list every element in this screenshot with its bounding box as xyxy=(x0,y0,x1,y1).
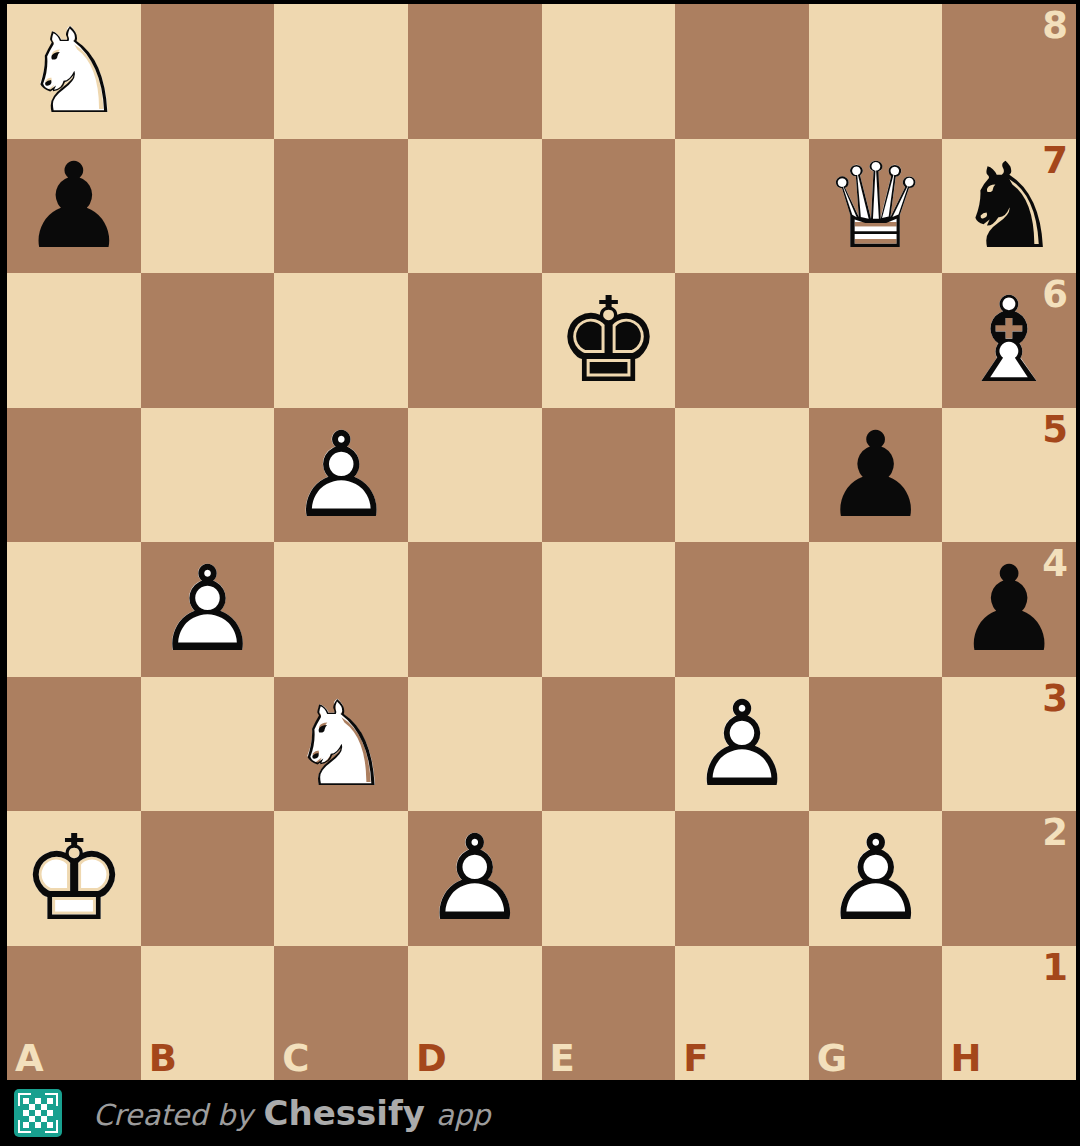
square-e2[interactable] xyxy=(542,811,676,946)
square-g5[interactable]: ♟ xyxy=(809,408,943,543)
square-a8[interactable]: ♞♘ xyxy=(7,4,141,139)
square-c5[interactable]: ♟♙ xyxy=(274,408,408,543)
square-e7[interactable] xyxy=(542,139,676,274)
square-g7[interactable]: ♛♕ xyxy=(809,139,943,274)
square-c3[interactable]: ♞♘ xyxy=(274,677,408,812)
white-knight[interactable]: ♞♘ xyxy=(274,677,408,812)
file-label-D: D xyxy=(416,1040,447,1077)
square-e1[interactable]: E xyxy=(542,946,676,1081)
square-b8[interactable] xyxy=(141,4,275,139)
square-g2[interactable]: ♟♙ xyxy=(809,811,943,946)
square-c7[interactable] xyxy=(274,139,408,274)
black-pawn[interactable]: ♟ xyxy=(942,542,1076,677)
bracket-top-left xyxy=(18,1093,31,1106)
square-c2[interactable] xyxy=(274,811,408,946)
square-g3[interactable] xyxy=(809,677,943,812)
square-a5[interactable] xyxy=(7,408,141,543)
square-g1[interactable]: G xyxy=(809,946,943,1081)
square-e4[interactable] xyxy=(542,542,676,677)
rank-label-2: 2 xyxy=(1042,814,1068,851)
square-h5[interactable]: 5 xyxy=(942,408,1076,543)
square-e8[interactable] xyxy=(542,4,676,139)
file-label-H: H xyxy=(950,1040,981,1077)
file-label-C: C xyxy=(282,1040,309,1077)
square-a3[interactable] xyxy=(7,677,141,812)
square-a7[interactable]: ♟ xyxy=(7,139,141,274)
square-a2[interactable]: ♚♔ xyxy=(7,811,141,946)
square-f8[interactable] xyxy=(675,4,809,139)
square-b4[interactable]: ♟♙ xyxy=(141,542,275,677)
rank-label-1: 1 xyxy=(1042,949,1068,986)
square-d6[interactable] xyxy=(408,273,542,408)
white-pawn[interactable]: ♟♙ xyxy=(675,677,809,812)
file-label-B: B xyxy=(149,1040,177,1077)
black-king[interactable]: ♚ xyxy=(542,273,676,408)
square-b2[interactable] xyxy=(141,811,275,946)
rank-label-8: 8 xyxy=(1042,7,1068,44)
square-b1[interactable]: B xyxy=(141,946,275,1081)
white-pawn[interactable]: ♟♙ xyxy=(274,408,408,543)
square-g8[interactable] xyxy=(809,4,943,139)
square-g4[interactable] xyxy=(809,542,943,677)
square-c8[interactable] xyxy=(274,4,408,139)
square-e3[interactable] xyxy=(542,677,676,812)
white-knight[interactable]: ♞♘ xyxy=(7,4,141,139)
square-f5[interactable] xyxy=(675,408,809,543)
square-h8[interactable]: 8 xyxy=(942,4,1076,139)
white-king[interactable]: ♚♔ xyxy=(7,811,141,946)
square-a1[interactable]: A xyxy=(7,946,141,1081)
square-f1[interactable]: F xyxy=(675,946,809,1081)
credit-line: Created by Chessify app xyxy=(93,1093,490,1133)
footer-bar: Created by Chessify app xyxy=(0,1080,1080,1146)
square-a4[interactable] xyxy=(7,542,141,677)
file-label-F: F xyxy=(683,1040,708,1077)
square-b6[interactable] xyxy=(141,273,275,408)
square-h3[interactable]: 3 xyxy=(942,677,1076,812)
square-d2[interactable]: ♟♙ xyxy=(408,811,542,946)
square-d7[interactable] xyxy=(408,139,542,274)
square-f4[interactable] xyxy=(675,542,809,677)
bracket-bottom-left xyxy=(18,1120,31,1133)
square-c4[interactable] xyxy=(274,542,408,677)
square-g6[interactable] xyxy=(809,273,943,408)
rank-label-3: 3 xyxy=(1042,680,1068,717)
black-pawn[interactable]: ♟ xyxy=(7,139,141,274)
square-f2[interactable] xyxy=(675,811,809,946)
square-e6[interactable]: ♚ xyxy=(542,273,676,408)
square-b5[interactable] xyxy=(141,408,275,543)
square-b3[interactable] xyxy=(141,677,275,812)
rank-label-5: 5 xyxy=(1042,411,1068,448)
chessify-logo-icon xyxy=(14,1089,62,1137)
white-pawn[interactable]: ♟♙ xyxy=(408,811,542,946)
square-c1[interactable]: C xyxy=(274,946,408,1081)
file-label-G: G xyxy=(817,1040,847,1077)
credit-suffix: app xyxy=(436,1098,491,1132)
square-h7[interactable]: 7♞ xyxy=(942,139,1076,274)
black-knight[interactable]: ♞ xyxy=(942,139,1076,274)
square-f6[interactable] xyxy=(675,273,809,408)
square-f7[interactable] xyxy=(675,139,809,274)
bracket-bottom-right xyxy=(45,1120,58,1133)
square-d5[interactable] xyxy=(408,408,542,543)
square-h4[interactable]: 4♟ xyxy=(942,542,1076,677)
square-h2[interactable]: 2 xyxy=(942,811,1076,946)
bracket-top-right xyxy=(45,1093,58,1106)
chess-board: ♞♘8♟♛♕7♞♚6♝♗♟♙♟5♟♙4♟♞♘♟♙3♚♔♟♙♟♙2ABCDEFG1… xyxy=(7,4,1076,1080)
square-h1[interactable]: 1H xyxy=(942,946,1076,1081)
white-pawn[interactable]: ♟♙ xyxy=(141,542,275,677)
square-b7[interactable] xyxy=(141,139,275,274)
square-e5[interactable] xyxy=(542,408,676,543)
white-pawn[interactable]: ♟♙ xyxy=(809,811,943,946)
square-c6[interactable] xyxy=(274,273,408,408)
square-d3[interactable] xyxy=(408,677,542,812)
app-name: Chessify xyxy=(264,1093,425,1133)
square-h6[interactable]: 6♝♗ xyxy=(942,273,1076,408)
square-a6[interactable] xyxy=(7,273,141,408)
file-label-A: A xyxy=(15,1040,44,1077)
credit-prefix: Created by xyxy=(93,1098,253,1132)
square-d8[interactable] xyxy=(408,4,542,139)
file-label-E: E xyxy=(550,1040,575,1077)
white-bishop[interactable]: ♝♗ xyxy=(942,273,1076,408)
black-pawn[interactable]: ♟ xyxy=(809,408,943,543)
square-f3[interactable]: ♟♙ xyxy=(675,677,809,812)
square-d1[interactable]: D xyxy=(408,946,542,1081)
white-queen[interactable]: ♛♕ xyxy=(809,139,943,274)
square-d4[interactable] xyxy=(408,542,542,677)
